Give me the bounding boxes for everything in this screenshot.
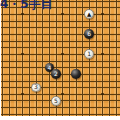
board-cell[interactable]	[113, 38, 120, 45]
board-cell[interactable]	[13, 58, 20, 65]
board-cell[interactable]	[39, 51, 46, 58]
board-cell[interactable]	[73, 91, 80, 98]
board-cell[interactable]	[26, 31, 33, 38]
board-cell[interactable]	[46, 78, 53, 85]
board-cell[interactable]	[26, 38, 33, 45]
board-cell[interactable]	[19, 51, 26, 58]
board-cell[interactable]	[53, 11, 60, 18]
board-cell[interactable]	[86, 97, 93, 104]
board-cell[interactable]	[6, 64, 13, 71]
star-point	[101, 93, 103, 95]
board-cell[interactable]	[93, 91, 100, 98]
board-cell[interactable]	[99, 64, 106, 71]
board-cell[interactable]	[6, 51, 13, 58]
board-cell[interactable]	[73, 58, 80, 65]
board-cell[interactable]	[73, 44, 80, 51]
board-cell[interactable]	[93, 104, 100, 111]
board-cell[interactable]	[53, 84, 60, 91]
star-point	[21, 13, 23, 15]
board-cell[interactable]	[99, 4, 106, 11]
board-cell[interactable]	[6, 111, 13, 116]
board-cell[interactable]	[26, 58, 33, 65]
board-cell[interactable]	[119, 51, 120, 58]
white-stone[interactable]: 1	[84, 49, 94, 59]
board-cell[interactable]	[99, 38, 106, 45]
board-cell[interactable]	[66, 111, 73, 116]
board-cell[interactable]	[26, 64, 33, 71]
board-cell[interactable]	[59, 18, 66, 25]
board-cell[interactable]	[13, 64, 20, 71]
star-point	[101, 13, 103, 15]
board-cell[interactable]	[6, 44, 13, 51]
board-cell[interactable]	[39, 38, 46, 45]
board-cell[interactable]	[66, 18, 73, 25]
board-cell[interactable]	[66, 11, 73, 18]
board-cell[interactable]	[99, 24, 106, 31]
board-cell[interactable]	[53, 4, 60, 11]
move-number-label: 2	[54, 71, 58, 77]
board-cell[interactable]	[13, 84, 20, 91]
board-cell[interactable]	[33, 64, 40, 71]
board-cell[interactable]	[106, 31, 113, 38]
board-cell[interactable]	[66, 91, 73, 98]
board-cell[interactable]	[113, 11, 120, 18]
go-app-screen: ▲614235 4・5手目	[0, 0, 120, 120]
move-number-label: 1	[87, 51, 91, 57]
board-cell[interactable]	[33, 97, 40, 104]
board-cell[interactable]	[113, 24, 120, 31]
board-cell[interactable]	[99, 58, 106, 65]
board-cell[interactable]	[106, 44, 113, 51]
board-cell[interactable]	[19, 84, 26, 91]
board-cell[interactable]	[113, 4, 120, 11]
move-number-label: 3	[34, 84, 38, 90]
board-cell[interactable]	[66, 31, 73, 38]
move-number-label: 4	[47, 65, 51, 71]
board-cell[interactable]	[46, 44, 53, 51]
board-cell[interactable]	[113, 97, 120, 104]
board-cell[interactable]	[33, 51, 40, 58]
board-cell[interactable]	[119, 78, 120, 85]
board-cell[interactable]	[13, 71, 20, 78]
board-cell[interactable]	[59, 31, 66, 38]
board-cell[interactable]	[73, 4, 80, 11]
board-cell[interactable]	[46, 38, 53, 45]
board-cell[interactable]	[39, 24, 46, 31]
board-cell[interactable]	[46, 24, 53, 31]
board-cell[interactable]	[106, 51, 113, 58]
board-cell[interactable]	[106, 91, 113, 98]
board-cell[interactable]	[59, 64, 66, 71]
board-cell[interactable]	[6, 104, 13, 111]
board-cell[interactable]	[99, 31, 106, 38]
board-cell[interactable]	[39, 44, 46, 51]
board-cell[interactable]	[119, 104, 120, 111]
board-cell[interactable]	[66, 104, 73, 111]
board-cell[interactable]	[119, 84, 120, 91]
board-cell[interactable]	[53, 24, 60, 31]
board-cell[interactable]	[73, 31, 80, 38]
white-stone[interactable]: ▲	[84, 9, 94, 19]
board-cell[interactable]	[119, 18, 120, 25]
white-stone[interactable]: 5	[51, 96, 61, 106]
board-cell[interactable]	[73, 38, 80, 45]
board-cell[interactable]	[26, 91, 33, 98]
board-cell[interactable]	[13, 44, 20, 51]
board-cell[interactable]	[6, 24, 13, 31]
board-cell[interactable]	[106, 78, 113, 85]
board-cell[interactable]	[39, 104, 46, 111]
board-cell[interactable]	[59, 24, 66, 31]
board-cell[interactable]	[33, 44, 40, 51]
board-cell[interactable]	[66, 97, 73, 104]
board-cell[interactable]	[106, 4, 113, 11]
board-cell[interactable]	[46, 84, 53, 91]
board-cell[interactable]	[93, 18, 100, 25]
board-cell[interactable]	[79, 84, 86, 91]
go-board[interactable]: ▲614235	[1, 0, 120, 116]
board-cell[interactable]	[53, 18, 60, 25]
board-cell[interactable]	[66, 78, 73, 85]
board-cell[interactable]	[59, 11, 66, 18]
board-cell[interactable]	[66, 24, 73, 31]
board-cell[interactable]	[106, 64, 113, 71]
board-cell[interactable]	[73, 71, 80, 78]
board-cell[interactable]	[106, 18, 113, 25]
star-point	[101, 53, 103, 55]
board-cell[interactable]	[119, 91, 120, 98]
board-cell[interactable]	[59, 4, 66, 11]
board-cell[interactable]	[19, 71, 26, 78]
board-cell[interactable]	[99, 78, 106, 85]
board-cell[interactable]: 1	[86, 51, 93, 58]
board-cell[interactable]	[79, 104, 86, 111]
move-number-label: 6	[87, 31, 91, 37]
board-cell[interactable]	[119, 4, 120, 11]
board-cell[interactable]	[99, 97, 106, 104]
board-cell[interactable]	[33, 104, 40, 111]
board-cell[interactable]	[33, 38, 40, 45]
board-cell[interactable]	[33, 24, 40, 31]
board-cell[interactable]	[19, 78, 26, 85]
board-cell[interactable]	[39, 31, 46, 38]
board-cell[interactable]	[99, 111, 106, 116]
board-cell[interactable]	[59, 58, 66, 65]
board-cell[interactable]: 6	[86, 31, 93, 38]
board-cell[interactable]	[93, 97, 100, 104]
board-cell[interactable]	[79, 91, 86, 98]
board-cell[interactable]	[106, 38, 113, 45]
board-cell[interactable]: 3	[33, 84, 40, 91]
board-cell[interactable]	[119, 71, 120, 78]
board-cell[interactable]	[19, 24, 26, 31]
board-cell[interactable]	[6, 71, 13, 78]
board-cell[interactable]	[66, 38, 73, 45]
board-cell[interactable]	[79, 111, 86, 116]
board-cell[interactable]	[86, 71, 93, 78]
board-cell[interactable]	[93, 38, 100, 45]
board-cell[interactable]	[53, 38, 60, 45]
board-cell[interactable]	[106, 84, 113, 91]
board-cell[interactable]	[93, 111, 100, 116]
board-cell[interactable]	[119, 58, 120, 65]
board-cell[interactable]	[59, 111, 66, 116]
board-cell[interactable]	[73, 111, 80, 116]
board-cell[interactable]	[119, 44, 120, 51]
board-cell[interactable]	[106, 111, 113, 116]
board-cell[interactable]	[99, 11, 106, 18]
board-cell[interactable]	[19, 111, 26, 116]
board-cell[interactable]	[113, 58, 120, 65]
board-cell[interactable]	[79, 64, 86, 71]
board-cell[interactable]	[93, 64, 100, 71]
board-cell[interactable]	[13, 18, 20, 25]
board-cell[interactable]	[113, 104, 120, 111]
board-cell[interactable]	[13, 24, 20, 31]
board-cell[interactable]	[113, 111, 120, 116]
board-cell[interactable]	[26, 111, 33, 116]
board-cell[interactable]	[19, 58, 26, 65]
board-cell[interactable]	[26, 18, 33, 25]
board-cell[interactable]	[59, 91, 66, 98]
board-cell[interactable]	[19, 38, 26, 45]
board-cell[interactable]	[6, 38, 13, 45]
star-point	[61, 93, 63, 95]
board-cell[interactable]	[6, 97, 13, 104]
board-cell[interactable]	[99, 51, 106, 58]
board-cell[interactable]	[26, 71, 33, 78]
board-cell[interactable]	[119, 64, 120, 71]
board-cell[interactable]	[6, 58, 13, 65]
board-cell[interactable]	[99, 84, 106, 91]
board-cell[interactable]	[39, 18, 46, 25]
board-cell[interactable]	[13, 38, 20, 45]
board-cell[interactable]	[33, 18, 40, 25]
board-cell[interactable]	[13, 97, 20, 104]
board-cell[interactable]	[19, 18, 26, 25]
board-cell[interactable]	[113, 18, 120, 25]
board-cell[interactable]	[106, 58, 113, 65]
board-cell[interactable]	[53, 58, 60, 65]
black-stone[interactable]	[71, 69, 81, 79]
board-cell[interactable]	[19, 97, 26, 104]
board-cell[interactable]	[86, 78, 93, 85]
triangle-marker-icon: ▲	[87, 12, 91, 18]
board-cell[interactable]	[93, 44, 100, 51]
board-cell[interactable]	[53, 44, 60, 51]
board-cell[interactable]	[79, 38, 86, 45]
board-cell[interactable]	[46, 104, 53, 111]
board-cell[interactable]	[53, 51, 60, 58]
board-cell[interactable]	[59, 78, 66, 85]
board-cell[interactable]	[59, 104, 66, 111]
board-cell[interactable]	[93, 4, 100, 11]
board-cell[interactable]	[59, 51, 66, 58]
board-cell[interactable]	[86, 104, 93, 111]
board-cell[interactable]	[86, 111, 93, 116]
board-cell[interactable]	[6, 31, 13, 38]
board-cell[interactable]	[26, 51, 33, 58]
board-cell[interactable]	[73, 18, 80, 25]
black-stone[interactable]: 6	[84, 29, 94, 39]
board-cell[interactable]	[73, 97, 80, 104]
board-cell[interactable]	[113, 84, 120, 91]
board-cell[interactable]	[73, 11, 80, 18]
board-cell[interactable]	[106, 104, 113, 111]
board-cell[interactable]	[6, 91, 13, 98]
board-cell[interactable]	[73, 104, 80, 111]
board-cell[interactable]	[86, 91, 93, 98]
board-cell[interactable]	[119, 31, 120, 38]
board-cell[interactable]	[19, 64, 26, 71]
board-cell[interactable]	[73, 24, 80, 31]
board-cell[interactable]	[86, 64, 93, 71]
board-cell[interactable]	[93, 58, 100, 65]
board-cell[interactable]	[33, 71, 40, 78]
board-cell[interactable]	[79, 18, 86, 25]
board-cell[interactable]	[13, 51, 20, 58]
board-cell[interactable]	[66, 58, 73, 65]
board-cell[interactable]	[106, 71, 113, 78]
board-cell[interactable]	[66, 44, 73, 51]
board-cell[interactable]	[26, 44, 33, 51]
board-cell[interactable]	[113, 91, 120, 98]
board-cell[interactable]	[39, 58, 46, 65]
board-cell[interactable]	[66, 4, 73, 11]
board-cell[interactable]	[53, 111, 60, 116]
board-cell[interactable]: 5	[53, 97, 60, 104]
board-cell[interactable]	[119, 24, 120, 31]
board-cell[interactable]	[33, 31, 40, 38]
board-cell[interactable]	[79, 58, 86, 65]
board-cell[interactable]	[53, 31, 60, 38]
board-cell[interactable]	[113, 64, 120, 71]
board-cell[interactable]	[33, 111, 40, 116]
board-cell[interactable]	[99, 44, 106, 51]
board-cell[interactable]	[66, 84, 73, 91]
star-point	[21, 53, 23, 55]
board-cell[interactable]	[26, 97, 33, 104]
board-cell[interactable]	[79, 78, 86, 85]
board-cell[interactable]	[46, 51, 53, 58]
board-cell[interactable]	[93, 24, 100, 31]
white-stone[interactable]: 3	[31, 83, 41, 93]
board-cell[interactable]	[99, 18, 106, 25]
board-cell[interactable]	[119, 111, 120, 116]
board-cell[interactable]	[39, 97, 46, 104]
board-cell[interactable]	[99, 104, 106, 111]
board-cell[interactable]	[99, 91, 106, 98]
board-cell[interactable]	[26, 104, 33, 111]
board-cell[interactable]	[86, 84, 93, 91]
star-point	[61, 13, 63, 15]
board-cell[interactable]	[13, 104, 20, 111]
board-cell[interactable]	[113, 78, 120, 85]
board-cell[interactable]	[39, 111, 46, 116]
board-cell[interactable]	[59, 38, 66, 45]
board-cell[interactable]	[113, 71, 120, 78]
board-cell[interactable]	[93, 84, 100, 91]
board-grid: ▲614235	[1, 0, 120, 116]
board-cell[interactable]	[119, 97, 120, 104]
board-cell[interactable]	[106, 97, 113, 104]
board-cell[interactable]	[19, 44, 26, 51]
board-cell[interactable]	[73, 51, 80, 58]
board-cell[interactable]	[33, 58, 40, 65]
board-cell[interactable]	[19, 104, 26, 111]
board-cell[interactable]	[46, 111, 53, 116]
board-cell[interactable]	[113, 51, 120, 58]
board-cell[interactable]	[6, 84, 13, 91]
page-title: 4・5手目	[0, 0, 53, 13]
board-cell[interactable]	[106, 24, 113, 31]
board-cell[interactable]: ▲	[86, 11, 93, 18]
board-cell[interactable]	[13, 31, 20, 38]
board-cell[interactable]	[39, 71, 46, 78]
board-cell[interactable]	[46, 31, 53, 38]
star-point	[61, 53, 63, 55]
board-cell[interactable]	[13, 111, 20, 116]
board-cell[interactable]	[39, 91, 46, 98]
board-cell[interactable]	[19, 91, 26, 98]
board-cell[interactable]	[19, 31, 26, 38]
board-cell[interactable]	[39, 78, 46, 85]
board-cell[interactable]	[113, 44, 120, 51]
board-cell[interactable]	[66, 51, 73, 58]
board-cell[interactable]	[106, 11, 113, 18]
board-cell[interactable]	[6, 78, 13, 85]
board-cell[interactable]	[13, 78, 20, 85]
board-cell[interactable]	[73, 84, 80, 91]
board-cell[interactable]	[6, 18, 13, 25]
board-cell[interactable]	[93, 71, 100, 78]
move-number-label: 5	[54, 98, 58, 104]
board-cell[interactable]	[113, 31, 120, 38]
black-stone[interactable]: 2	[51, 69, 61, 79]
board-cell[interactable]	[79, 97, 86, 104]
board-cell[interactable]	[13, 91, 20, 98]
board-cell[interactable]	[59, 44, 66, 51]
board-cell[interactable]	[26, 24, 33, 31]
board-cell[interactable]	[93, 78, 100, 85]
board-cell[interactable]	[46, 18, 53, 25]
board-cell[interactable]	[59, 84, 66, 91]
star-point	[21, 93, 23, 95]
board-cell[interactable]: 2	[53, 71, 60, 78]
board-cell[interactable]	[119, 38, 120, 45]
board-cell[interactable]	[99, 71, 106, 78]
board-cell[interactable]	[119, 11, 120, 18]
